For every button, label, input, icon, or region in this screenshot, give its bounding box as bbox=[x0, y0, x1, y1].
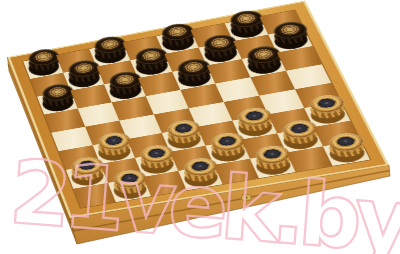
product-photo-checkers-set: ⛂⛂⛂⛂⛂⛂⛂⛂⛂⛂⛂⛂⛀⛀⛀⛀⛀⛀⛀⛀⛀⛀⛀⛀ 21vek.by bbox=[0, 0, 400, 254]
watermark-text: 21vek.by bbox=[6, 140, 400, 254]
watermark-overlay: 21vek.by bbox=[0, 0, 400, 254]
